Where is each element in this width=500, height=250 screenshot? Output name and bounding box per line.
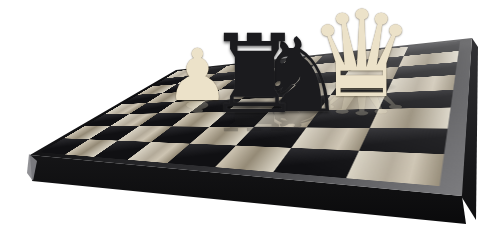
square-h3 — [370, 108, 451, 129]
square-h1 — [346, 151, 444, 186]
product-photo-stage: ♟♟♜♜♞♞♛♛ — [0, 0, 500, 250]
chess-board — [30, 38, 472, 196]
square-g4 — [319, 93, 386, 110]
square-g3 — [306, 109, 378, 128]
square-g2 — [291, 127, 370, 150]
square-h4 — [379, 90, 453, 109]
